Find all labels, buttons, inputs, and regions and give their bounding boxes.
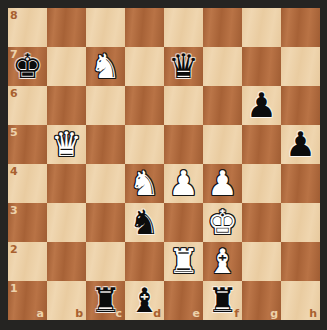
square-a5[interactable]: 5 bbox=[8, 125, 47, 164]
file-label-b: b bbox=[75, 308, 83, 319]
square-f8[interactable] bbox=[203, 8, 242, 47]
square-b8[interactable] bbox=[47, 8, 86, 47]
square-d8[interactable] bbox=[125, 8, 164, 47]
square-e8[interactable] bbox=[164, 8, 203, 47]
square-h3[interactable] bbox=[281, 203, 320, 242]
square-b4[interactable] bbox=[47, 164, 86, 203]
square-g3[interactable] bbox=[242, 203, 281, 242]
square-a2[interactable]: 2 bbox=[8, 242, 47, 281]
square-c1[interactable]: c♜ bbox=[86, 281, 125, 320]
black-knight-icon[interactable]: ♞ bbox=[129, 203, 159, 242]
square-a7[interactable]: 7♚ bbox=[8, 47, 47, 86]
chess-app-window: 87♚♞♛6♟5♛♟4♞♟♟3♞♚2♜♝1abc♜d♝ef♜gh bbox=[0, 0, 327, 330]
white-knight-icon[interactable]: ♞ bbox=[129, 164, 159, 203]
white-bishop-icon[interactable]: ♝ bbox=[207, 242, 237, 281]
square-e6[interactable] bbox=[164, 86, 203, 125]
file-label-e: e bbox=[193, 308, 200, 319]
white-pawn-icon[interactable]: ♟ bbox=[168, 164, 198, 203]
square-f5[interactable] bbox=[203, 125, 242, 164]
white-pawn-icon[interactable]: ♟ bbox=[207, 164, 237, 203]
square-g1[interactable]: g bbox=[242, 281, 281, 320]
square-h7[interactable] bbox=[281, 47, 320, 86]
white-rook-icon[interactable]: ♜ bbox=[168, 242, 198, 281]
square-b3[interactable] bbox=[47, 203, 86, 242]
file-label-g: g bbox=[270, 308, 278, 319]
white-queen-icon[interactable]: ♛ bbox=[51, 125, 81, 164]
square-d2[interactable] bbox=[125, 242, 164, 281]
square-e7[interactable]: ♛ bbox=[164, 47, 203, 86]
square-d7[interactable] bbox=[125, 47, 164, 86]
square-d3[interactable]: ♞ bbox=[125, 203, 164, 242]
square-b6[interactable] bbox=[47, 86, 86, 125]
rank-label-3: 3 bbox=[10, 205, 18, 216]
square-c5[interactable] bbox=[86, 125, 125, 164]
square-d6[interactable] bbox=[125, 86, 164, 125]
square-a4[interactable]: 4 bbox=[8, 164, 47, 203]
square-c6[interactable] bbox=[86, 86, 125, 125]
square-c8[interactable] bbox=[86, 8, 125, 47]
rank-label-1: 1 bbox=[10, 283, 18, 294]
square-b2[interactable] bbox=[47, 242, 86, 281]
square-f6[interactable] bbox=[203, 86, 242, 125]
square-a1[interactable]: 1a bbox=[8, 281, 47, 320]
white-king-icon[interactable]: ♚ bbox=[207, 203, 237, 242]
square-g2[interactable] bbox=[242, 242, 281, 281]
file-label-h: h bbox=[309, 308, 317, 319]
square-h4[interactable] bbox=[281, 164, 320, 203]
square-g4[interactable] bbox=[242, 164, 281, 203]
square-g8[interactable] bbox=[242, 8, 281, 47]
square-d4[interactable]: ♞ bbox=[125, 164, 164, 203]
square-b7[interactable] bbox=[47, 47, 86, 86]
square-a3[interactable]: 3 bbox=[8, 203, 47, 242]
square-a8[interactable]: 8 bbox=[8, 8, 47, 47]
square-e5[interactable] bbox=[164, 125, 203, 164]
square-f4[interactable]: ♟ bbox=[203, 164, 242, 203]
square-h2[interactable] bbox=[281, 242, 320, 281]
file-label-a: a bbox=[37, 308, 44, 319]
square-c7[interactable]: ♞ bbox=[86, 47, 125, 86]
square-e4[interactable]: ♟ bbox=[164, 164, 203, 203]
square-f2[interactable]: ♝ bbox=[203, 242, 242, 281]
square-b1[interactable]: b bbox=[47, 281, 86, 320]
square-f1[interactable]: f♜ bbox=[203, 281, 242, 320]
black-pawn-icon[interactable]: ♟ bbox=[285, 125, 315, 164]
square-g6[interactable]: ♟ bbox=[242, 86, 281, 125]
square-g5[interactable] bbox=[242, 125, 281, 164]
square-h8[interactable] bbox=[281, 8, 320, 47]
square-c2[interactable] bbox=[86, 242, 125, 281]
square-a6[interactable]: 6 bbox=[8, 86, 47, 125]
square-b5[interactable]: ♛ bbox=[47, 125, 86, 164]
chess-board: 87♚♞♛6♟5♛♟4♞♟♟3♞♚2♜♝1abc♜d♝ef♜gh bbox=[8, 8, 320, 320]
black-king-icon[interactable]: ♚ bbox=[12, 47, 42, 86]
rank-label-2: 2 bbox=[10, 244, 18, 255]
rank-label-8: 8 bbox=[10, 10, 18, 21]
square-e1[interactable]: e bbox=[164, 281, 203, 320]
rank-label-4: 4 bbox=[10, 166, 18, 177]
black-bishop-icon[interactable]: ♝ bbox=[129, 281, 159, 320]
square-f7[interactable] bbox=[203, 47, 242, 86]
square-h1[interactable]: h bbox=[281, 281, 320, 320]
square-h6[interactable] bbox=[281, 86, 320, 125]
square-h5[interactable]: ♟ bbox=[281, 125, 320, 164]
square-d1[interactable]: d♝ bbox=[125, 281, 164, 320]
rank-label-5: 5 bbox=[10, 127, 18, 138]
square-c3[interactable] bbox=[86, 203, 125, 242]
black-rook-icon[interactable]: ♜ bbox=[90, 281, 120, 320]
black-queen-icon[interactable]: ♛ bbox=[168, 47, 198, 86]
white-knight-icon[interactable]: ♞ bbox=[90, 47, 120, 86]
square-e3[interactable] bbox=[164, 203, 203, 242]
square-g7[interactable] bbox=[242, 47, 281, 86]
black-rook-icon[interactable]: ♜ bbox=[207, 281, 237, 320]
black-pawn-icon[interactable]: ♟ bbox=[246, 86, 276, 125]
rank-label-6: 6 bbox=[10, 88, 18, 99]
square-d5[interactable] bbox=[125, 125, 164, 164]
square-c4[interactable] bbox=[86, 164, 125, 203]
square-e2[interactable]: ♜ bbox=[164, 242, 203, 281]
square-f3[interactable]: ♚ bbox=[203, 203, 242, 242]
